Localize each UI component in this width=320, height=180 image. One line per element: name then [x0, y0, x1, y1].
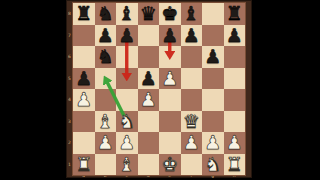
piece-white-bishop-c1[interactable]: ♝ — [118, 154, 135, 176]
board-frame: 87654321 abcdefgh ♜♞♝♛♚♝♜♟♟♟♟♟♞♟♟♟♟♟♟♝♞♛… — [66, 0, 252, 178]
piece-white-pawn-e5[interactable]: ♟ — [161, 68, 178, 90]
cell-c7: ♟ — [116, 25, 138, 47]
square-e2[interactable] — [159, 132, 181, 154]
square-c6[interactable] — [116, 46, 138, 68]
square-g7[interactable] — [202, 25, 224, 47]
square-d6[interactable] — [138, 46, 160, 68]
cell-a1: ♜ — [73, 154, 95, 176]
piece-black-pawn-f7[interactable]: ♟ — [183, 25, 200, 47]
cell-b2: ♟ — [95, 132, 117, 154]
piece-black-rook-a8[interactable]: ♜ — [75, 3, 92, 25]
rank-label-4: 4 — [66, 89, 73, 111]
piece-black-pawn-a5[interactable]: ♟ — [75, 68, 92, 90]
square-g3[interactable] — [202, 111, 224, 133]
cell-b3: ♝ — [95, 111, 117, 133]
square-h5[interactable] — [224, 68, 246, 90]
piece-white-pawn-d4[interactable]: ♟ — [140, 89, 157, 111]
cell-b6: ♞ — [95, 46, 117, 68]
cell-g2: ♟ — [202, 132, 224, 154]
square-a2[interactable] — [73, 132, 95, 154]
piece-white-pawn-g2[interactable]: ♟ — [204, 132, 221, 154]
square-d3[interactable] — [138, 111, 160, 133]
cell-e7: ♟ — [159, 25, 181, 47]
square-c5[interactable] — [116, 68, 138, 90]
square-e4[interactable] — [159, 89, 181, 111]
cell-c2: ♟ — [116, 132, 138, 154]
cell-f3: ♛ — [181, 111, 203, 133]
piece-black-pawn-b7[interactable]: ♟ — [97, 25, 114, 47]
cell-f2: ♟ — [181, 132, 203, 154]
cell-e5: ♟ — [159, 68, 181, 90]
rank-label-8: 8 — [66, 3, 73, 25]
square-h3[interactable] — [224, 111, 246, 133]
piece-black-queen-d8[interactable]: ♛ — [140, 3, 157, 25]
cell-h1: ♜ — [224, 154, 246, 176]
cell-h2: ♟ — [224, 132, 246, 154]
rank-label-3: 3 — [66, 111, 73, 133]
square-e3[interactable] — [159, 111, 181, 133]
piece-white-rook-h1[interactable]: ♜ — [226, 154, 243, 176]
piece-white-king-e1[interactable]: ♚ — [161, 154, 178, 176]
piece-white-knight-c3[interactable]: ♞ — [118, 111, 135, 133]
square-b1[interactable] — [95, 154, 117, 176]
cell-f7: ♟ — [181, 25, 203, 47]
rank-label-7: 7 — [66, 25, 73, 47]
square-g5[interactable] — [202, 68, 224, 90]
cell-d5: ♟ — [138, 68, 160, 90]
square-f1[interactable] — [181, 154, 203, 176]
piece-white-bishop-b3[interactable]: ♝ — [97, 111, 114, 133]
square-h6[interactable] — [224, 46, 246, 68]
cell-c1: ♝ — [116, 154, 138, 176]
rank-label-5: 5 — [66, 68, 73, 90]
rank-label-2: 2 — [66, 132, 73, 154]
piece-black-pawn-c7[interactable]: ♟ — [118, 25, 135, 47]
piece-white-pawn-b2[interactable]: ♟ — [97, 132, 114, 154]
piece-white-knight-g1[interactable]: ♞ — [204, 154, 221, 176]
square-a6[interactable] — [73, 46, 95, 68]
square-d7[interactable] — [138, 25, 160, 47]
square-b4[interactable] — [95, 89, 117, 111]
cell-d8: ♛ — [138, 3, 160, 25]
cell-c8: ♝ — [116, 3, 138, 25]
piece-white-pawn-h2[interactable]: ♟ — [226, 132, 243, 154]
cell-h8: ♜ — [224, 3, 246, 25]
piece-black-bishop-f8[interactable]: ♝ — [183, 3, 200, 25]
square-f6[interactable] — [181, 46, 203, 68]
rank-label-1: 1 — [66, 154, 73, 176]
piece-black-knight-b6[interactable]: ♞ — [97, 46, 114, 68]
piece-white-pawn-a4[interactable]: ♟ — [75, 89, 92, 111]
piece-black-rook-h8[interactable]: ♜ — [226, 3, 243, 25]
cell-e8: ♚ — [159, 3, 181, 25]
piece-black-pawn-g6[interactable]: ♟ — [204, 46, 221, 68]
piece-black-pawn-d5[interactable]: ♟ — [140, 68, 157, 90]
cell-h7: ♟ — [224, 25, 246, 47]
piece-black-pawn-e7[interactable]: ♟ — [161, 25, 178, 47]
square-f4[interactable] — [181, 89, 203, 111]
cell-b8: ♞ — [95, 3, 117, 25]
square-f5[interactable] — [181, 68, 203, 90]
piece-black-pawn-h7[interactable]: ♟ — [226, 25, 243, 47]
cell-a8: ♜ — [73, 3, 95, 25]
rank-label-6: 6 — [66, 46, 73, 68]
square-d1[interactable] — [138, 154, 160, 176]
square-b5[interactable] — [95, 68, 117, 90]
cell-e1: ♚ — [159, 154, 181, 176]
square-a3[interactable] — [73, 111, 95, 133]
cell-a5: ♟ — [73, 68, 95, 90]
square-e6[interactable] — [159, 46, 181, 68]
cell-a4: ♟ — [73, 89, 95, 111]
cell-g6: ♟ — [202, 46, 224, 68]
thumbnail-canvas: 87654321 abcdefgh ♜♞♝♛♚♝♜♟♟♟♟♟♞♟♟♟♟♟♟♝♞♛… — [0, 0, 320, 180]
cell-d4: ♟ — [138, 89, 160, 111]
piece-white-pawn-c2[interactable]: ♟ — [118, 132, 135, 154]
piece-white-rook-a1[interactable]: ♜ — [75, 154, 92, 176]
rank-labels: 87654321 — [66, 3, 73, 175]
square-h4[interactable] — [224, 89, 246, 111]
cell-b7: ♟ — [95, 25, 117, 47]
cell-g1: ♞ — [202, 154, 224, 176]
piece-white-pawn-f2[interactable]: ♟ — [183, 132, 200, 154]
square-a7[interactable] — [73, 25, 95, 47]
square-d2[interactable] — [138, 132, 160, 154]
cell-f8: ♝ — [181, 3, 203, 25]
cell-c3: ♞ — [116, 111, 138, 133]
square-g8[interactable] — [202, 3, 224, 25]
square-c4[interactable] — [116, 89, 138, 111]
piece-black-king-e8[interactable]: ♚ — [161, 3, 178, 25]
piece-black-knight-b8[interactable]: ♞ — [97, 3, 114, 25]
square-g4[interactable] — [202, 89, 224, 111]
piece-black-bishop-c8[interactable]: ♝ — [118, 3, 135, 25]
piece-white-queen-f3[interactable]: ♛ — [183, 111, 200, 133]
